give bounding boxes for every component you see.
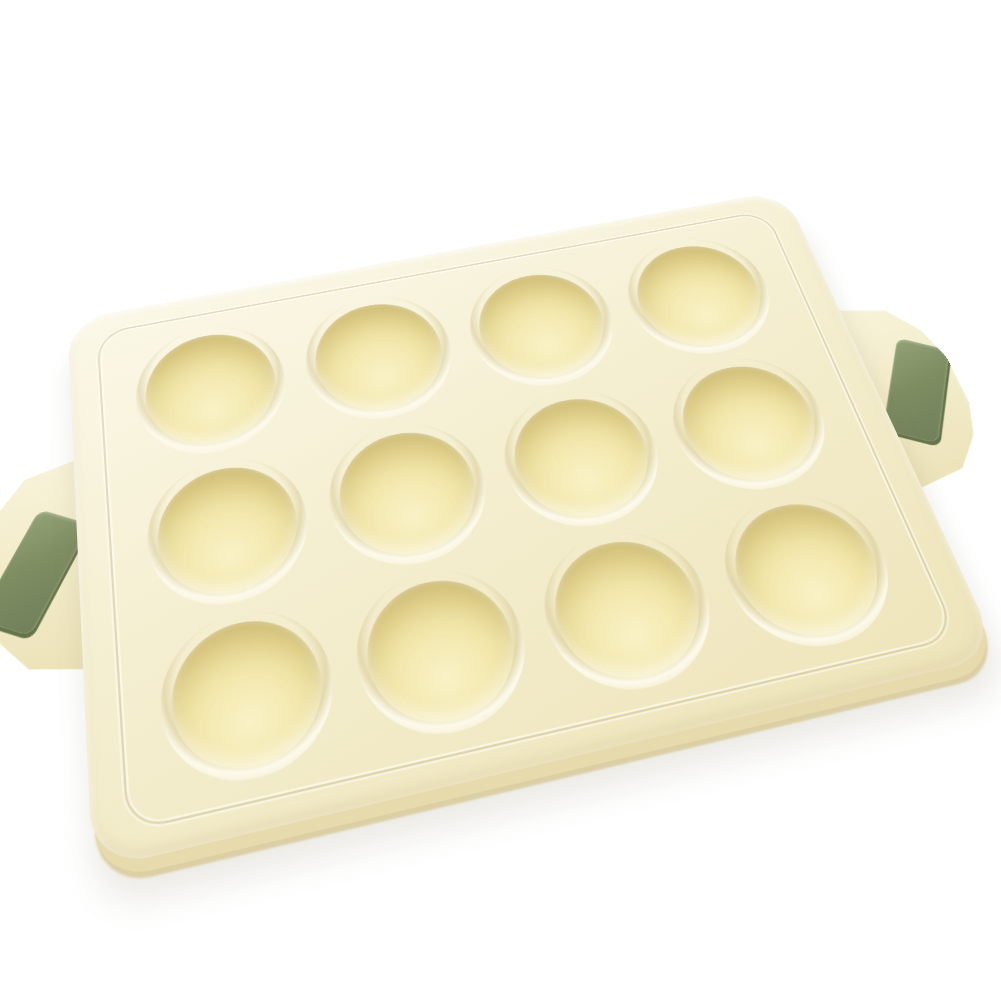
cavity-hole (153, 456, 306, 608)
muffin-cavity-7 (490, 379, 677, 541)
photo-stage (0, 0, 1001, 1001)
cavity-hole (357, 568, 529, 738)
cavity-hole (166, 608, 332, 785)
cavity-hole (501, 388, 664, 529)
cavity-hole (468, 265, 618, 388)
muffin-cavity-10 (345, 556, 543, 751)
muffin-cavity-3 (457, 257, 630, 398)
muffin-cavity-1 (131, 315, 294, 466)
muffin-cavity-6 (319, 411, 501, 579)
cavity-hole (330, 422, 488, 568)
cavity-hole (540, 530, 718, 694)
cavity-hole (667, 356, 834, 492)
muffin-cavity-2 (297, 285, 465, 431)
cavity-hole (307, 294, 453, 421)
cavity-hole (142, 324, 283, 455)
muffin-cavity-11 (528, 518, 732, 706)
cavity-hole (623, 237, 777, 356)
muffin-cavity-9 (154, 596, 345, 799)
muffin-cavity-5 (142, 446, 317, 620)
cavity-hole (717, 493, 900, 650)
